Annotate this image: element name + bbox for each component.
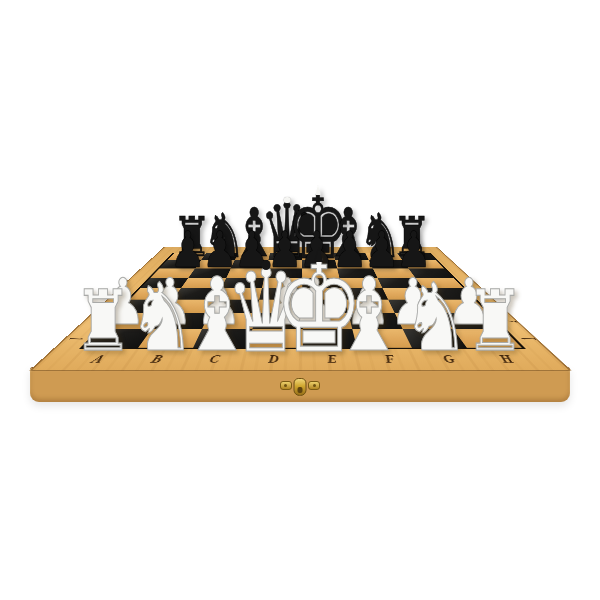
white-rook-glyph: ♜ xyxy=(465,279,525,363)
product-photo-stage: ABCDEFGH 1123 ♜♞♝♛♚♝♞♜♟♟♟♟♟♟♟♟♟♟♟♟♟♟♟♟♜♞… xyxy=(0,0,600,600)
piece-white-rook-h1[interactable]: ♜ xyxy=(457,279,532,363)
pieces-layer: ♜♞♝♛♚♝♞♜♟♟♟♟♟♟♟♟♟♟♟♟♟♟♟♟♜♞♝♛♚♝♞♜ xyxy=(0,0,600,600)
